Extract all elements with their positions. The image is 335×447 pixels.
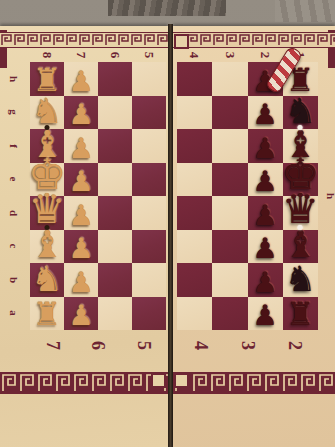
file-label-a: a [8, 311, 20, 317]
square-a6[interactable] [98, 297, 132, 331]
square-b2[interactable]: ♟ [248, 263, 283, 297]
square-g4[interactable] [177, 96, 212, 130]
square-a4[interactable] [177, 297, 212, 331]
light-pawn[interactable]: ♟ [68, 168, 93, 196]
square-b1[interactable]: ♞ [283, 263, 318, 297]
rank-label-2: 2 [284, 341, 305, 350]
file-label-f: f [8, 144, 20, 148]
dark-pawn[interactable]: ♟ [253, 101, 278, 129]
border-corner-motif [174, 373, 189, 388]
file-label-h: h [8, 76, 20, 82]
meander-border-bottom-left [0, 372, 168, 394]
file-label-d: d [8, 210, 20, 216]
rank-label-3: 3 [222, 52, 238, 59]
board-right-half: 4321 ♟♜♟♞♟♝♟♚♟♛♟♝♟♞♟♜ h 432 [173, 26, 335, 447]
square-h7[interactable]: ♟ [64, 62, 98, 96]
file-label-b: b [8, 277, 20, 283]
square-a1[interactable]: ♜ [283, 297, 318, 331]
square-e6[interactable] [98, 163, 132, 197]
square-b6[interactable] [98, 263, 132, 297]
square-f7[interactable]: ♟ [64, 129, 98, 163]
rank-label-8: 8 [39, 52, 55, 59]
square-g3[interactable] [212, 96, 247, 130]
square-b8[interactable]: ♞ [30, 263, 64, 297]
carpet-texture [108, 0, 226, 16]
light-pawn[interactable]: ♟ [68, 202, 93, 230]
square-f3[interactable] [212, 129, 247, 163]
file-label-g: g [8, 110, 20, 116]
rank-numbers-bottom-right: 432 [177, 332, 318, 358]
rank-label-6: 6 [87, 341, 108, 350]
dark-pawn[interactable]: ♟ [253, 168, 278, 196]
square-a3[interactable] [212, 297, 247, 331]
light-pawn[interactable]: ♟ [68, 235, 93, 263]
bishop-dark-finial [45, 225, 50, 230]
dark-pawn[interactable]: ♟ [253, 202, 278, 230]
square-c3[interactable] [212, 230, 247, 264]
square-b5[interactable] [132, 263, 166, 297]
square-b4[interactable] [177, 263, 212, 297]
rank-label-7: 7 [73, 52, 89, 59]
border-corner-motif [174, 34, 189, 49]
rank-label-3: 3 [237, 341, 258, 350]
square-g2[interactable]: ♟ [248, 96, 283, 130]
light-pawn[interactable]: ♟ [68, 302, 93, 330]
square-b7[interactable]: ♟ [64, 263, 98, 297]
dark-pawn[interactable]: ♟ [253, 135, 278, 163]
square-b3[interactable] [212, 263, 247, 297]
bishop-white-finial [298, 225, 303, 230]
light-pawn[interactable]: ♟ [68, 101, 93, 129]
bishop-white-finial [298, 125, 303, 130]
square-a2[interactable]: ♟ [248, 297, 283, 331]
meander-border-top-right [173, 32, 335, 48]
square-d5[interactable] [132, 196, 166, 230]
dark-pawn[interactable]: ♟ [253, 235, 278, 263]
rank-label-5: 5 [141, 52, 157, 59]
square-h6[interactable] [98, 62, 132, 96]
square-d6[interactable] [98, 196, 132, 230]
dark-pawn[interactable]: ♟ [253, 302, 278, 330]
square-d7[interactable]: ♟ [64, 196, 98, 230]
square-c6[interactable] [98, 230, 132, 264]
light-knight[interactable]: ♞ [31, 262, 62, 297]
rank-label-4: 4 [190, 341, 211, 350]
square-a5[interactable] [132, 297, 166, 331]
square-a8[interactable]: ♜ [30, 297, 64, 331]
square-g6[interactable] [98, 96, 132, 130]
rank-label-5: 5 [133, 341, 154, 350]
square-h4[interactable] [177, 62, 212, 96]
meander-border-top-left [0, 32, 168, 48]
square-c7[interactable]: ♟ [64, 230, 98, 264]
square-f4[interactable] [177, 129, 212, 163]
rank-label-2: 2 [257, 52, 273, 59]
rank-numbers-bottom-left: 765 [30, 332, 166, 358]
square-c2[interactable]: ♟ [248, 230, 283, 264]
rank-label-7: 7 [42, 341, 63, 350]
board-left-half: 8765 hgfedcba ♜♟♞♟♝♟♚♟♛♟♝♟♞♟♜♟ 765 [0, 26, 168, 447]
file-label-e: e [8, 177, 20, 182]
square-d3[interactable] [212, 196, 247, 230]
photo-of-chess-set: 8765 hgfedcba ♜♟♞♟♝♟♚♟♛♟♝♟♞♟♜♟ 765 4321 … [0, 0, 335, 447]
file-label-h: h [325, 193, 335, 199]
light-bishop[interactable]: ♝ [30, 226, 63, 263]
square-d4[interactable] [177, 196, 212, 230]
square-f2[interactable]: ♟ [248, 129, 283, 163]
rank-label-6: 6 [107, 52, 123, 59]
dark-pawn[interactable]: ♟ [253, 269, 278, 297]
square-e4[interactable] [177, 163, 212, 197]
square-g7[interactable]: ♟ [64, 96, 98, 130]
squares-left-half: ♜♟♞♟♝♟♚♟♛♟♝♟♞♟♜♟ [30, 62, 166, 330]
dark-knight[interactable]: ♞ [285, 262, 316, 297]
light-pawn[interactable]: ♟ [68, 269, 93, 297]
square-h3[interactable] [212, 62, 247, 96]
border-corner-motif [151, 373, 166, 388]
dark-bishop[interactable]: ♝ [284, 226, 317, 263]
square-e7[interactable]: ♟ [64, 163, 98, 197]
square-d2[interactable]: ♟ [248, 196, 283, 230]
file-letters-left-edge: hgfedcba [4, 62, 24, 330]
meander-border-bottom-right [173, 372, 335, 394]
bishop-dark-finial [45, 125, 50, 130]
square-c5[interactable] [132, 230, 166, 264]
file-letters-right-edge: h [321, 62, 335, 330]
rank-label-4: 4 [187, 52, 203, 59]
squares-right-half: ♟♜♟♞♟♝♟♚♟♛♟♝♟♞♟♜ [177, 62, 318, 330]
square-e3[interactable] [212, 163, 247, 197]
square-c4[interactable] [177, 230, 212, 264]
light-pawn[interactable]: ♟ [68, 68, 93, 96]
square-a7[interactable]: ♟ [64, 297, 98, 331]
square-g5[interactable] [132, 96, 166, 130]
light-rook[interactable]: ♜ [33, 298, 62, 330]
square-f5[interactable] [132, 129, 166, 163]
dark-rook[interactable]: ♜ [286, 298, 315, 330]
file-label-c: c [8, 244, 20, 249]
carpet-texture-right [275, 0, 335, 22]
light-pawn[interactable]: ♟ [68, 135, 93, 163]
square-e2[interactable]: ♟ [248, 163, 283, 197]
square-f6[interactable] [98, 129, 132, 163]
square-e5[interactable] [132, 163, 166, 197]
square-h5[interactable] [132, 62, 166, 96]
